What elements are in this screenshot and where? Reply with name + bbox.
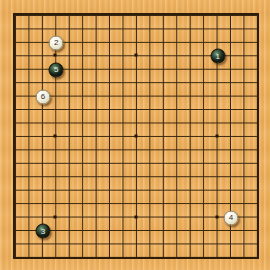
stone-black-3[interactable]: 3: [35, 224, 50, 239]
hoshi-point: [134, 215, 137, 218]
go-board[interactable]: 123456: [0, 0, 270, 270]
move-number-label: 2: [54, 39, 58, 47]
hoshi-point: [215, 215, 218, 218]
hoshi-point: [54, 134, 57, 137]
stone-black-5[interactable]: 5: [49, 62, 64, 77]
hoshi-point: [134, 54, 137, 57]
stone-black-1[interactable]: 1: [210, 49, 225, 64]
hoshi-point: [215, 134, 218, 137]
stone-white-2[interactable]: 2: [49, 35, 64, 50]
move-number-label: 1: [215, 52, 219, 60]
hoshi-point: [54, 54, 57, 57]
move-number-label: 4: [229, 214, 233, 222]
stone-white-6[interactable]: 6: [35, 89, 50, 104]
stone-white-4[interactable]: 4: [224, 210, 239, 225]
move-number-label: 5: [54, 66, 58, 74]
hoshi-point: [54, 215, 57, 218]
move-number-label: 6: [41, 93, 45, 101]
hoshi-point: [134, 134, 137, 137]
move-number-label: 3: [41, 227, 45, 235]
